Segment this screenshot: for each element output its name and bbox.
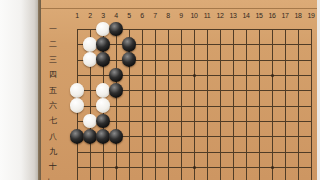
column-label: 11 — [200, 12, 214, 20]
column-label: 9 — [174, 12, 188, 20]
go-stone-white-3-5 — [96, 83, 110, 98]
star-point — [115, 166, 118, 169]
grid-line-vertical — [168, 29, 169, 180]
row-label: 四 — [45, 70, 61, 79]
column-label: 17 — [278, 12, 292, 20]
row-label: 二 — [45, 40, 61, 49]
go-stone-white-3-1 — [96, 22, 110, 37]
go-stone-black-1-8 — [70, 129, 84, 144]
go-stone-black-3-7 — [96, 114, 110, 129]
go-stone-white-2-3 — [83, 52, 97, 67]
column-label: 1 — [70, 12, 84, 20]
row-label: 七 — [45, 116, 61, 125]
column-label: 14 — [239, 12, 253, 20]
row-label: 八 — [45, 132, 61, 141]
grid-line-horizontal — [77, 106, 312, 107]
row-label: 十 — [45, 162, 61, 171]
column-label: 15 — [252, 12, 266, 20]
grid-line-vertical — [116, 29, 117, 180]
go-stone-black-5-3 — [122, 52, 136, 67]
grid-line-vertical — [272, 29, 273, 180]
column-label: 18 — [291, 12, 305, 20]
column-label: 8 — [161, 12, 175, 20]
column-label: 5 — [122, 12, 136, 20]
column-label: 7 — [148, 12, 162, 20]
column-label: 3 — [96, 12, 110, 20]
go-stone-black-3-8 — [96, 129, 110, 144]
grid-line-vertical — [298, 29, 299, 180]
grid-line-vertical — [207, 29, 208, 180]
go-stone-black-4-4 — [109, 68, 123, 83]
row-label: 十一 — [45, 178, 61, 180]
go-stone-white-2-7 — [83, 114, 97, 129]
row-label: 六 — [45, 101, 61, 110]
grid-line-horizontal — [77, 121, 312, 122]
grid-line-horizontal — [77, 60, 312, 61]
column-label: 4 — [109, 12, 123, 20]
go-stone-black-5-2 — [122, 37, 136, 52]
row-label: 五 — [45, 86, 61, 95]
grid-line-vertical — [285, 29, 286, 180]
go-stone-black-3-2 — [96, 37, 110, 52]
go-stone-black-4-5 — [109, 83, 123, 98]
go-stone-black-2-8 — [83, 129, 97, 144]
board-frame-left-seam — [38, 0, 41, 180]
grid-line-vertical — [181, 29, 182, 180]
go-stone-black-4-8 — [109, 129, 123, 144]
star-point — [193, 166, 196, 169]
grid-line-vertical — [233, 29, 234, 180]
row-label: 三 — [45, 55, 61, 64]
grid-line-vertical — [155, 29, 156, 180]
grid-line-vertical — [194, 29, 195, 180]
star-point — [271, 166, 274, 169]
go-stone-black-3-3 — [96, 52, 110, 67]
column-label: 2 — [83, 12, 97, 20]
go-stone-white-3-6 — [96, 98, 110, 113]
grid-line-horizontal — [77, 44, 312, 45]
go-stone-white-1-5 — [70, 83, 84, 98]
column-label: 12 — [213, 12, 227, 20]
row-label: 一 — [45, 25, 61, 34]
grid-line-vertical — [142, 29, 143, 180]
video-frame: 12345678910111213141516171819一二三四五六七八九十十… — [0, 0, 320, 180]
go-stone-white-2-2 — [83, 37, 97, 52]
star-point — [193, 74, 196, 77]
left-panel — [0, 0, 38, 180]
column-label: 13 — [226, 12, 240, 20]
row-label: 九 — [45, 147, 61, 156]
column-label: 19 — [304, 12, 318, 20]
grid-line-vertical — [246, 29, 247, 180]
grid-line-vertical — [311, 29, 312, 180]
grid-line-vertical — [259, 29, 260, 180]
star-point — [271, 74, 274, 77]
go-stone-black-4-1 — [109, 22, 123, 37]
column-label: 16 — [265, 12, 279, 20]
grid-line-vertical — [220, 29, 221, 180]
go-stone-white-1-6 — [70, 98, 84, 113]
grid-line-horizontal — [77, 152, 312, 153]
board-frame-top-seam — [40, 8, 317, 9]
column-label: 10 — [187, 12, 201, 20]
column-label: 6 — [135, 12, 149, 20]
